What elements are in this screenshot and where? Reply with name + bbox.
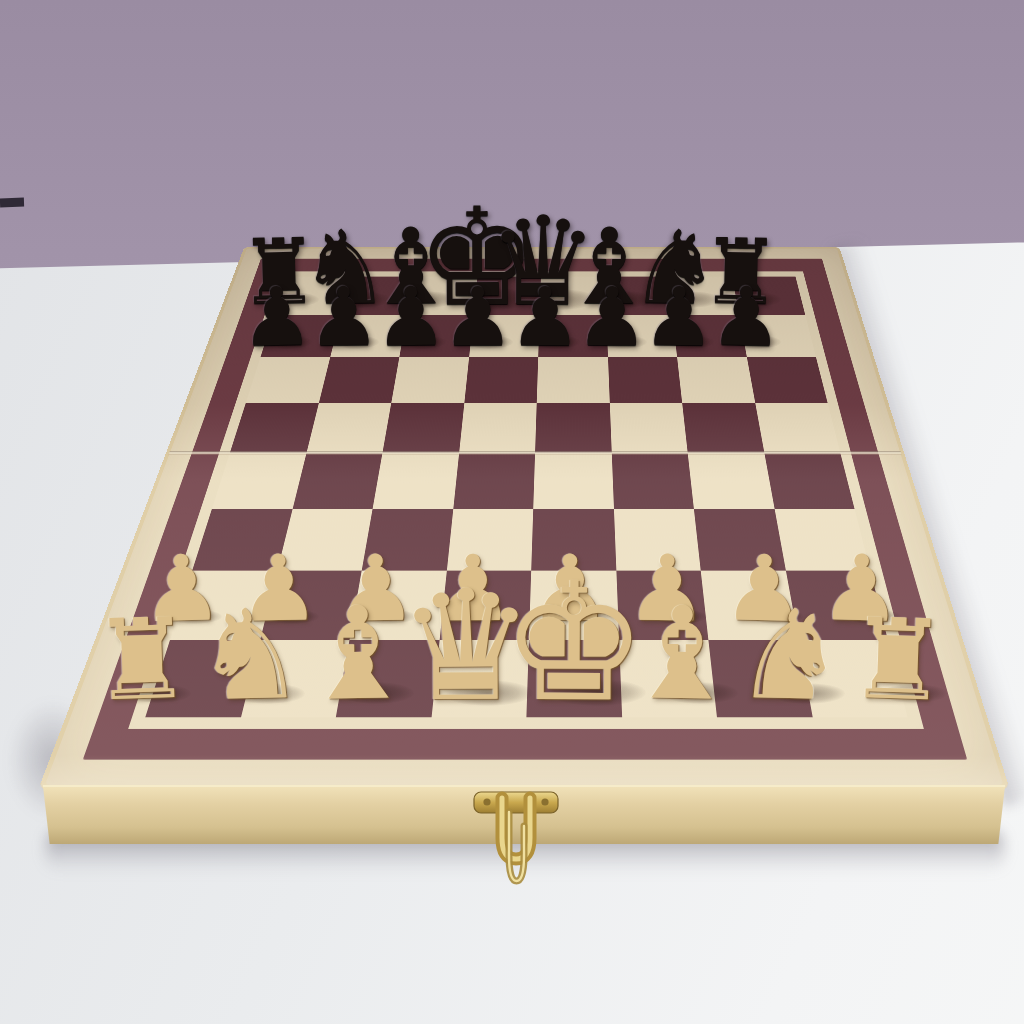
- square-h4[interactable]: [764, 453, 854, 509]
- piece-black-pawn-d7[interactable]: ♟: [441, 276, 514, 357]
- square-f5[interactable]: [609, 403, 687, 453]
- piece-black-pawn-h7[interactable]: ♟: [708, 276, 782, 358]
- square-a5[interactable]: [230, 403, 319, 453]
- square-b4[interactable]: [292, 453, 382, 509]
- square-b5[interactable]: [306, 403, 391, 453]
- piece-white-knight-b1[interactable]: ♞: [193, 592, 307, 718]
- piece-white-knight-g1[interactable]: ♞: [733, 592, 847, 718]
- square-g5[interactable]: [682, 403, 764, 453]
- piece-black-pawn-e7[interactable]: ♟: [508, 277, 581, 358]
- clasp-screw-right: [541, 798, 548, 805]
- piece-white-rook-a1[interactable]: ♜: [91, 602, 194, 716]
- piece-black-pawn-b7[interactable]: ♟: [307, 276, 381, 358]
- square-d4[interactable]: [453, 453, 535, 509]
- square-g4[interactable]: [688, 453, 774, 509]
- board-fold-hinge-seam: [168, 451, 901, 455]
- piece-black-pawn-f7[interactable]: ♟: [575, 276, 648, 358]
- square-e4[interactable]: [533, 453, 613, 509]
- piece-white-rook-h1[interactable]: ♜: [847, 602, 950, 716]
- clasp-mounting-plate: [474, 792, 558, 813]
- square-h5[interactable]: [755, 403, 841, 453]
- square-c4[interactable]: [373, 453, 459, 509]
- piece-white-bishop-f1[interactable]: ♝: [624, 589, 740, 719]
- piece-black-pawn-c7[interactable]: ♟: [374, 276, 447, 358]
- piece-black-pawn-a7[interactable]: ♟: [239, 276, 313, 358]
- clasp-screw-left: [483, 798, 490, 805]
- square-d5[interactable]: [459, 403, 537, 453]
- piece-black-pawn-g7[interactable]: ♟: [642, 276, 716, 358]
- square-a4[interactable]: [212, 453, 306, 509]
- square-e5[interactable]: [535, 403, 611, 453]
- square-c5[interactable]: [382, 403, 464, 453]
- brass-clasp-latch: [458, 786, 573, 896]
- table-back-edge-shadow: [0, 198, 24, 208]
- square-f4[interactable]: [611, 453, 693, 509]
